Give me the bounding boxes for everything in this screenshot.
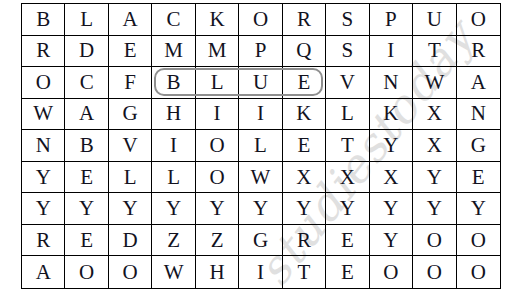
grid-cell: A	[65, 99, 108, 131]
grid-cell: L	[109, 162, 152, 194]
grid-cell: M	[152, 36, 195, 68]
grid-cell: U	[239, 67, 282, 99]
grid-cell: L	[326, 99, 369, 131]
grid-cell: Z	[196, 225, 239, 257]
grid-cell: D	[65, 36, 108, 68]
grid-cell: N	[22, 130, 65, 162]
grid-cell: V	[109, 130, 152, 162]
grid-cell: V	[326, 67, 369, 99]
grid-cell: C	[65, 67, 108, 99]
grid-cell: X	[283, 162, 326, 194]
grid-cell: O	[196, 130, 239, 162]
grid-cell: K	[283, 99, 326, 131]
word-search-grid: BLACKORSPUORDEMMPQSITROCFBLUEVNWAWAGHIIK…	[21, 3, 501, 289]
grid-cell: F	[109, 67, 152, 99]
grid-cell: I	[196, 99, 239, 131]
grid-cell: E	[326, 225, 369, 257]
grid-cell: S	[326, 4, 369, 36]
grid-cell: E	[283, 67, 326, 99]
grid-cell: W	[22, 99, 65, 131]
grid-cell: Y	[152, 193, 195, 225]
grid-cell: Z	[152, 225, 195, 257]
grid-cell: N	[370, 67, 413, 99]
grid-cell: T	[283, 256, 326, 288]
grid-cell: Y	[196, 193, 239, 225]
grid-cell: E	[65, 225, 108, 257]
grid-cell: I	[239, 256, 282, 288]
grid-cell: O	[457, 256, 500, 288]
grid-cell: O	[109, 256, 152, 288]
grid-cell: B	[65, 130, 108, 162]
grid-cell: Y	[239, 193, 282, 225]
grid-cell: E	[283, 130, 326, 162]
grid-cell: H	[152, 99, 195, 131]
grid-cell: Y	[326, 193, 369, 225]
grid-cell: E	[65, 162, 108, 194]
grid-cell: Y	[457, 193, 500, 225]
grid-cell: W	[413, 67, 456, 99]
grid-cell: S	[326, 36, 369, 68]
grid-cell: W	[239, 162, 282, 194]
word-search-worksheet: studiestoday BLACKORSPUORDEMMPQSITROCFBL…	[0, 0, 512, 291]
grid-cell: A	[109, 4, 152, 36]
grid-cell: L	[65, 4, 108, 36]
grid-cell: K	[196, 4, 239, 36]
grid-cell: Y	[370, 130, 413, 162]
grid-cell: X	[413, 99, 456, 131]
grid-cell: G	[239, 225, 282, 257]
grid-cell: O	[239, 4, 282, 36]
grid-cell: L	[196, 67, 239, 99]
grid-cell: Y	[370, 225, 413, 257]
grid-cell: L	[152, 162, 195, 194]
grid-cell: R	[457, 36, 500, 68]
grid-cell: R	[283, 4, 326, 36]
grid-cell: Y	[413, 162, 456, 194]
grid-cell: D	[109, 225, 152, 257]
grid-cell: X	[413, 130, 456, 162]
grid-cell: P	[370, 4, 413, 36]
grid-cell: O	[65, 256, 108, 288]
grid-cell: I	[239, 99, 282, 131]
grid-cell: B	[152, 67, 195, 99]
grid-cell: I	[370, 36, 413, 68]
grid-cell: Y	[370, 193, 413, 225]
grid-cell: P	[239, 36, 282, 68]
grid-cell: O	[457, 225, 500, 257]
grid-cell: B	[22, 4, 65, 36]
grid-cell: Y	[283, 193, 326, 225]
grid-cell: O	[413, 256, 456, 288]
grid-cell: Y	[22, 162, 65, 194]
grid-cell: H	[196, 256, 239, 288]
grid-cell: M	[196, 36, 239, 68]
grid-cell: L	[239, 130, 282, 162]
grid-cell: O	[22, 67, 65, 99]
grid-cell: Y	[413, 193, 456, 225]
grid-cell: R	[22, 225, 65, 257]
grid-cell: X	[370, 162, 413, 194]
grid-cell: E	[109, 36, 152, 68]
grid-cell: X	[326, 162, 369, 194]
grid-cell: G	[457, 130, 500, 162]
grid-cell: W	[152, 256, 195, 288]
grid-cell: R	[22, 36, 65, 68]
grid-cell: E	[457, 162, 500, 194]
grid-cell: Q	[283, 36, 326, 68]
grid-cell: A	[457, 67, 500, 99]
grid-cell: U	[413, 4, 456, 36]
grid-cell: O	[370, 256, 413, 288]
grid-cell: Y	[22, 193, 65, 225]
grid-cell: A	[22, 256, 65, 288]
grid-cell: C	[152, 4, 195, 36]
grid-cell: Y	[109, 193, 152, 225]
grid-cell: O	[457, 4, 500, 36]
grid-cell: T	[326, 130, 369, 162]
grid-cell: I	[152, 130, 195, 162]
grid-cell: N	[457, 99, 500, 131]
grid-cell: K	[370, 99, 413, 131]
grid-cell: T	[413, 36, 456, 68]
grid-cell: O	[413, 225, 456, 257]
grid-cell: O	[196, 162, 239, 194]
grid-cell: E	[326, 256, 369, 288]
grid-cell: G	[109, 99, 152, 131]
grid-cell: Y	[65, 193, 108, 225]
grid-cell: R	[283, 225, 326, 257]
